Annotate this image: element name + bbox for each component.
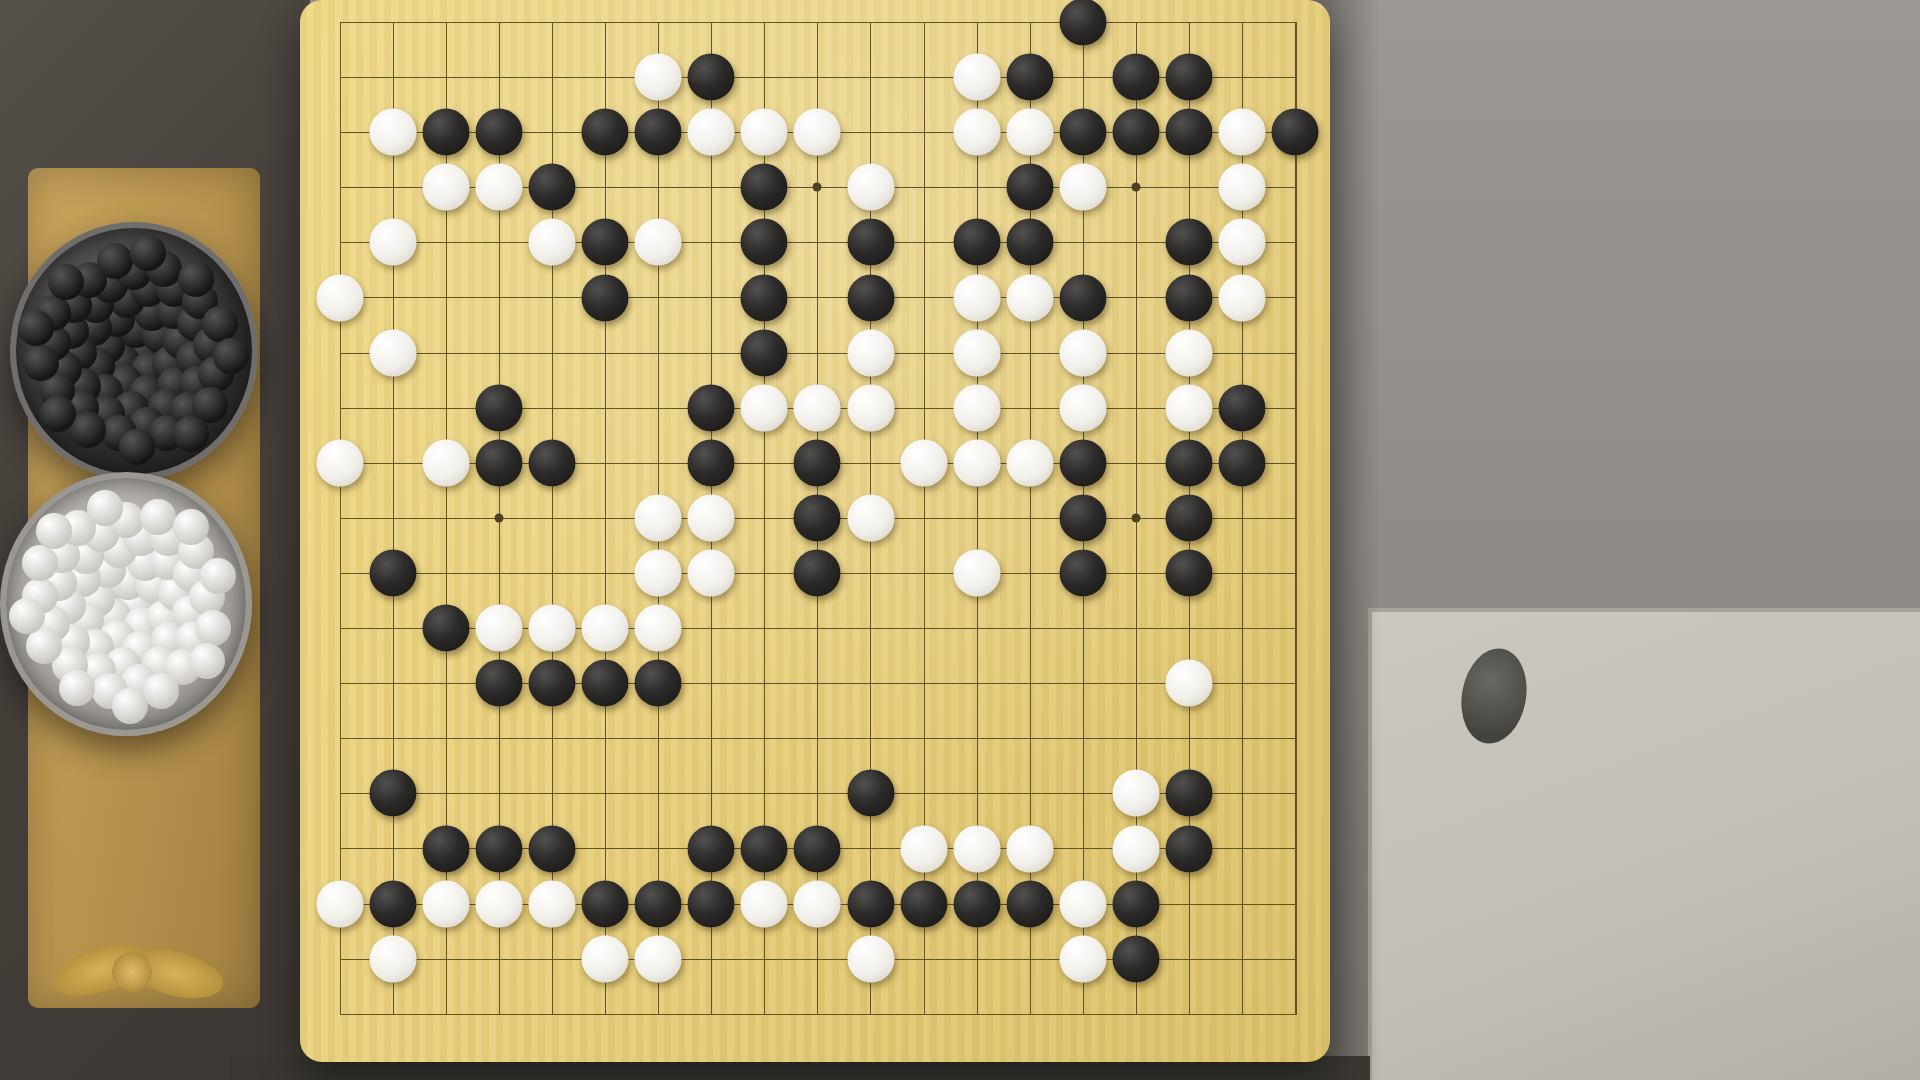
white-stone (1112, 770, 1159, 817)
black-bowl-stone (213, 338, 249, 374)
black-stone (582, 109, 629, 156)
white-stone (741, 109, 788, 156)
black-bowl-stone (97, 243, 133, 279)
white-stone (1006, 274, 1053, 321)
black-stone (1165, 274, 1212, 321)
black-stone (847, 880, 894, 927)
black-stone (1059, 109, 1106, 156)
black-stone (635, 880, 682, 927)
white-stone (423, 880, 470, 927)
white-bowl-stone (9, 598, 45, 634)
white-stone (953, 439, 1000, 486)
black-bowl-stone (202, 306, 238, 342)
black-stone (688, 880, 735, 927)
white-stone (847, 494, 894, 541)
white-stone (953, 109, 1000, 156)
white-bowl-stone (195, 610, 231, 646)
black-bowl-stone (119, 429, 155, 465)
black-stone (1165, 550, 1212, 597)
white-stone (582, 935, 629, 982)
black-stone (529, 439, 576, 486)
black-stone (370, 880, 417, 927)
black-stone (423, 109, 470, 156)
white-stone (529, 219, 576, 266)
black-stone (582, 880, 629, 927)
white-stone (1006, 439, 1053, 486)
white-stone (794, 880, 841, 927)
white-stone (317, 439, 364, 486)
black-stone (529, 660, 576, 707)
white-stone (635, 54, 682, 101)
black-stone (1165, 54, 1212, 101)
white-stone (476, 605, 523, 652)
black-stone (582, 219, 629, 266)
black-stone (476, 109, 523, 156)
black-stone (741, 219, 788, 266)
white-stone (1165, 660, 1212, 707)
white-stone (847, 164, 894, 211)
white-stone (423, 164, 470, 211)
black-bowl-stone (48, 264, 84, 300)
white-bowl-stone (143, 673, 179, 709)
black-bowl-stone (18, 310, 54, 346)
black-stone (1112, 935, 1159, 982)
black-stone (741, 329, 788, 376)
white-bowl-stone (36, 513, 72, 549)
white-stone (1165, 329, 1212, 376)
white-stone-bowl[interactable] (0, 472, 252, 736)
black-bowl-stone (178, 261, 214, 297)
hoshi-point (813, 183, 822, 192)
black-stone (1112, 109, 1159, 156)
white-stone (1006, 825, 1053, 872)
black-stone (370, 550, 417, 597)
black-stone (847, 274, 894, 321)
black-stone (370, 770, 417, 817)
black-stone (794, 439, 841, 486)
black-stone (953, 880, 1000, 927)
white-stone (794, 109, 841, 156)
white-stone (1218, 274, 1265, 321)
black-stone (741, 164, 788, 211)
hoshi-point (1131, 513, 1140, 522)
white-stone (794, 384, 841, 431)
black-stone (476, 825, 523, 872)
black-stone (1112, 54, 1159, 101)
white-stone (741, 880, 788, 927)
white-stone (1059, 935, 1106, 982)
go-board (300, 0, 1330, 1062)
black-stone (476, 660, 523, 707)
white-stone (953, 550, 1000, 597)
black-stone (1059, 439, 1106, 486)
ribbon-bow-knot (112, 952, 152, 992)
white-stone (476, 880, 523, 927)
white-stone (635, 605, 682, 652)
white-stone (370, 935, 417, 982)
black-stone (794, 550, 841, 597)
white-stone (953, 384, 1000, 431)
white-bowl-stone (59, 670, 95, 706)
hoshi-point (495, 513, 504, 522)
black-stone (1112, 880, 1159, 927)
white-stone (1059, 384, 1106, 431)
white-stone (900, 439, 947, 486)
white-stone (582, 605, 629, 652)
white-stone (317, 880, 364, 927)
white-stone (635, 935, 682, 982)
black-stone (847, 219, 894, 266)
black-stone (953, 219, 1000, 266)
white-stone (529, 880, 576, 927)
white-stone (317, 274, 364, 321)
black-stone (582, 660, 629, 707)
black-bowl-stone (23, 345, 59, 381)
black-stone (1006, 880, 1053, 927)
white-stone (741, 384, 788, 431)
cabinet (1368, 608, 1920, 1080)
white-bowl-stone (112, 688, 148, 724)
white-bowl-stone (189, 643, 225, 679)
black-bowl-stone (173, 416, 209, 452)
black-stone (1218, 384, 1265, 431)
white-bowl-stone (200, 558, 236, 594)
hoshi-point (1131, 183, 1140, 192)
white-stone (635, 550, 682, 597)
white-stone (635, 219, 682, 266)
white-stone (1006, 109, 1053, 156)
white-stone (847, 384, 894, 431)
black-stone (476, 439, 523, 486)
white-stone (847, 329, 894, 376)
white-stone (688, 550, 735, 597)
black-stone (1059, 550, 1106, 597)
black-stone (529, 825, 576, 872)
white-stone (423, 439, 470, 486)
white-stone (1218, 164, 1265, 211)
white-bowl-stone (140, 499, 176, 535)
black-stone (423, 605, 470, 652)
black-stone (1059, 274, 1106, 321)
black-stone (900, 880, 947, 927)
black-stone (741, 825, 788, 872)
white-stone (953, 54, 1000, 101)
black-stone (1006, 54, 1053, 101)
white-stone (1112, 825, 1159, 872)
white-stone (1218, 109, 1265, 156)
black-stone (1006, 164, 1053, 211)
black-stone (794, 494, 841, 541)
white-stone (900, 825, 947, 872)
black-stone (688, 439, 735, 486)
white-stone (847, 935, 894, 982)
white-stone (688, 494, 735, 541)
black-stone (529, 164, 576, 211)
black-stone (1059, 494, 1106, 541)
white-stone (953, 274, 1000, 321)
black-stone (1218, 439, 1265, 486)
black-stone (635, 109, 682, 156)
white-stone (1059, 329, 1106, 376)
white-stone (1218, 219, 1265, 266)
white-stone (1059, 880, 1106, 927)
black-stone (1271, 109, 1318, 156)
white-stone (688, 109, 735, 156)
white-stone (370, 109, 417, 156)
black-bowl-stone (130, 235, 166, 271)
black-stone (847, 770, 894, 817)
black-stone (476, 384, 523, 431)
black-stone (1165, 825, 1212, 872)
white-stone (370, 329, 417, 376)
black-bowl-stone (40, 396, 76, 432)
black-stone (1165, 439, 1212, 486)
white-stone (953, 329, 1000, 376)
black-stone (582, 274, 629, 321)
white-stone (476, 164, 523, 211)
white-stone (1165, 384, 1212, 431)
white-stone (1059, 164, 1106, 211)
black-stone (794, 825, 841, 872)
black-stone (1165, 219, 1212, 266)
black-stone-bowl[interactable] (10, 222, 258, 480)
black-stone (635, 660, 682, 707)
black-stone (688, 384, 735, 431)
black-stone (688, 825, 735, 872)
white-stone (953, 825, 1000, 872)
black-stone (1165, 109, 1212, 156)
white-stone (635, 494, 682, 541)
black-stone (1165, 494, 1212, 541)
black-stone (423, 825, 470, 872)
black-stone (741, 274, 788, 321)
black-stone (1006, 219, 1053, 266)
stones-layer (300, 0, 1330, 1062)
black-stone (1165, 770, 1212, 817)
black-stone (1059, 0, 1106, 46)
black-stone (688, 54, 735, 101)
white-stone (370, 219, 417, 266)
white-stone (529, 605, 576, 652)
